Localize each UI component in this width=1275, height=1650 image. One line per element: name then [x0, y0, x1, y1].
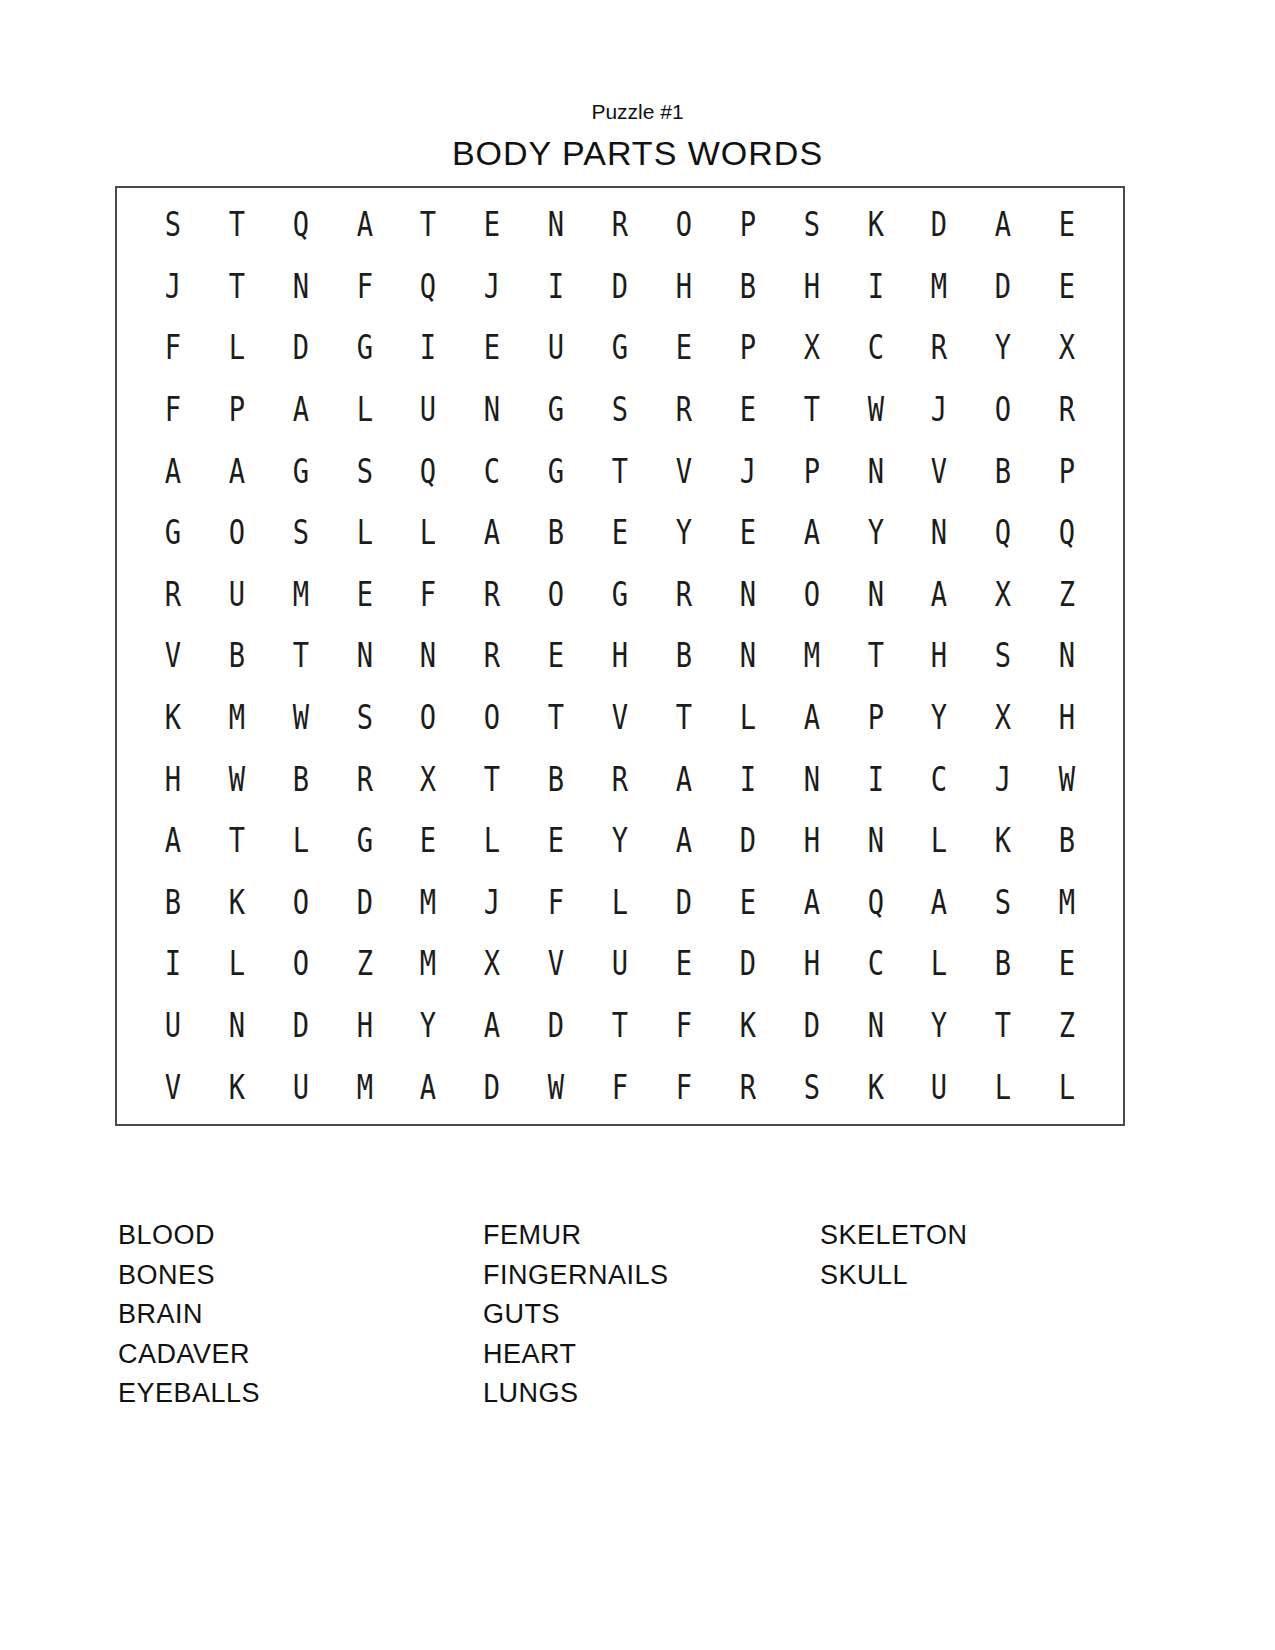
grid-cell-r3c12[interactable]: C	[849, 317, 901, 379]
word-list-item-eyeballs: EYEBALLS	[118, 1374, 483, 1414]
grid-cell-r4c14[interactable]: O	[977, 379, 1029, 441]
grid-cell-r4c8[interactable]: S	[594, 379, 646, 441]
grid-cell-r12c2[interactable]: K	[211, 872, 263, 934]
grid-cell-r3c15[interactable]: X	[1041, 317, 1093, 379]
word-list-item-skull: SKULL	[820, 1256, 1120, 1296]
grid-cell-r5c4[interactable]: S	[338, 440, 390, 502]
grid-cell-r10c7[interactable]: B	[530, 748, 582, 810]
grid-cell-r1c3[interactable]: Q	[274, 194, 326, 256]
grid-cell-r8c10[interactable]: N	[722, 625, 774, 687]
grid-cell-r2c10[interactable]: B	[722, 256, 774, 318]
grid-cell-r9c12[interactable]: P	[849, 687, 901, 749]
grid-cell-r8c4[interactable]: N	[338, 625, 390, 687]
grid-cell-r15c1[interactable]: V	[147, 1056, 199, 1118]
grid-cell-r10c14[interactable]: J	[977, 748, 1029, 810]
grid-cell-r8c14[interactable]: S	[977, 625, 1029, 687]
grid-cell-r12c8[interactable]: L	[594, 872, 646, 934]
grid-cell-r4c2[interactable]: P	[211, 379, 263, 441]
word-list-item-skeleton: SKELETON	[820, 1216, 1120, 1256]
grid-cell-r4c11[interactable]: T	[785, 379, 837, 441]
grid-cell-r14c13[interactable]: Y	[913, 995, 965, 1057]
grid-cell-r7c4[interactable]: E	[338, 564, 390, 626]
grid-cell-r2c1[interactable]: J	[147, 256, 199, 318]
grid-cell-r2c3[interactable]: N	[274, 256, 326, 318]
grid-cell-r6c4[interactable]: L	[338, 502, 390, 564]
grid-cell-r14c1[interactable]: U	[147, 995, 199, 1057]
grid-cell-r14c3[interactable]: D	[274, 995, 326, 1057]
grid-cell-r9c15[interactable]: H	[1041, 687, 1093, 749]
grid-cell-r15c8[interactable]: F	[594, 1056, 646, 1118]
grid-cell-r1c13[interactable]: D	[913, 194, 965, 256]
grid-cell-r12c7[interactable]: F	[530, 872, 582, 934]
grid-cell-r6c9[interactable]: Y	[658, 502, 710, 564]
grid-cell-r10c10[interactable]: I	[722, 748, 774, 810]
grid-cell-r7c2[interactable]: U	[211, 564, 263, 626]
grid-cell-r8c3[interactable]: T	[274, 625, 326, 687]
grid-cell-r14c11[interactable]: D	[785, 995, 837, 1057]
grid-cell-r10c13[interactable]: C	[913, 748, 965, 810]
grid-cell-r15c9[interactable]: F	[658, 1056, 710, 1118]
grid-cell-r13c3[interactable]: O	[274, 933, 326, 995]
grid-cell-r6c6[interactable]: A	[466, 502, 518, 564]
grid-cell-r5c8[interactable]: T	[594, 440, 646, 502]
grid-cell-r6c1[interactable]: G	[147, 502, 199, 564]
grid-cell-r9c13[interactable]: Y	[913, 687, 965, 749]
word-list-item-guts: GUTS	[483, 1295, 820, 1335]
grid-cell-r13c11[interactable]: H	[785, 933, 837, 995]
grid-cell-r14c5[interactable]: Y	[402, 995, 454, 1057]
grid-cell-r10c12[interactable]: I	[849, 748, 901, 810]
grid-cell-r13c10[interactable]: D	[722, 933, 774, 995]
grid-cell-r1c10[interactable]: P	[722, 194, 774, 256]
grid-cell-r1c9[interactable]: O	[658, 194, 710, 256]
grid-cell-r7c14[interactable]: X	[977, 564, 1029, 626]
grid-cell-r5c13[interactable]: V	[913, 440, 965, 502]
grid-cell-r9c5[interactable]: O	[402, 687, 454, 749]
grid-cell-r6c15[interactable]: Q	[1041, 502, 1093, 564]
grid-cell-r2c12[interactable]: I	[849, 256, 901, 318]
grid-cell-r13c15[interactable]: E	[1041, 933, 1093, 995]
word-list-column-1: BLOODBONESBRAINCADAVEREYEBALLS	[118, 1216, 483, 1414]
grid-cell-r10c2[interactable]: W	[211, 748, 263, 810]
grid-cell-r4c7[interactable]: G	[530, 379, 582, 441]
grid-cell-r14c9[interactable]: F	[658, 995, 710, 1057]
grid-cell-r15c4[interactable]: M	[338, 1056, 390, 1118]
grid-cell-r6c2[interactable]: O	[211, 502, 263, 564]
puzzle-title: BODY PARTS WORDS	[0, 134, 1275, 173]
grid-cell-r1c12[interactable]: K	[849, 194, 901, 256]
grid-cell-r3c8[interactable]: G	[594, 317, 646, 379]
grid-cell-r9c2[interactable]: M	[211, 687, 263, 749]
grid-cell-r15c2[interactable]: K	[211, 1056, 263, 1118]
grid-cell-r5c15[interactable]: P	[1041, 440, 1093, 502]
grid-cell-r13c8[interactable]: U	[594, 933, 646, 995]
grid-cell-r7c9[interactable]: R	[658, 564, 710, 626]
grid-cell-r11c1[interactable]: A	[147, 810, 199, 872]
grid-cell-r1c4[interactable]: A	[338, 194, 390, 256]
word-list-column-3: SKELETONSKULL	[820, 1216, 1120, 1295]
grid-cell-r5c6[interactable]: C	[466, 440, 518, 502]
word-grid: STQATENROPSKDAEJTNFQJIDHBHIMDEFLDGIEUGEP…	[141, 194, 1099, 1118]
grid-cell-r2c6[interactable]: J	[466, 256, 518, 318]
grid-cell-r12c15[interactable]: M	[1041, 872, 1093, 934]
grid-cell-r6c3[interactable]: S	[274, 502, 326, 564]
grid-cell-r15c6[interactable]: D	[466, 1056, 518, 1118]
grid-cell-r15c14[interactable]: L	[977, 1056, 1029, 1118]
grid-cell-r9c7[interactable]: T	[530, 687, 582, 749]
grid-cell-r1c2[interactable]: T	[211, 194, 263, 256]
grid-cell-r4c5[interactable]: U	[402, 379, 454, 441]
grid-cell-r4c10[interactable]: E	[722, 379, 774, 441]
grid-cell-r11c6[interactable]: L	[466, 810, 518, 872]
grid-cell-r5c2[interactable]: A	[211, 440, 263, 502]
grid-cell-r3c6[interactable]: E	[466, 317, 518, 379]
grid-cell-r12c12[interactable]: Q	[849, 872, 901, 934]
grid-cell-r12c9[interactable]: D	[658, 872, 710, 934]
grid-cell-r2c14[interactable]: D	[977, 256, 1029, 318]
grid-cell-r1c14[interactable]: A	[977, 194, 1029, 256]
grid-cell-r13c14[interactable]: B	[977, 933, 1029, 995]
grid-cell-r15c12[interactable]: K	[849, 1056, 901, 1118]
grid-cell-r11c2[interactable]: T	[211, 810, 263, 872]
grid-cell-r8c15[interactable]: N	[1041, 625, 1093, 687]
grid-cell-r10c9[interactable]: A	[658, 748, 710, 810]
grid-cell-r4c3[interactable]: A	[274, 379, 326, 441]
grid-cell-r1c7[interactable]: N	[530, 194, 582, 256]
grid-cell-r8c7[interactable]: E	[530, 625, 582, 687]
grid-cell-r3c2[interactable]: L	[211, 317, 263, 379]
grid-cell-r9c1[interactable]: K	[147, 687, 199, 749]
grid-cell-r1c6[interactable]: E	[466, 194, 518, 256]
grid-cell-r5c9[interactable]: V	[658, 440, 710, 502]
grid-cell-r12c13[interactable]: A	[913, 872, 965, 934]
grid-cell-r8c2[interactable]: B	[211, 625, 263, 687]
grid-cell-r8c6[interactable]: R	[466, 625, 518, 687]
grid-cell-r3c3[interactable]: D	[274, 317, 326, 379]
grid-cell-r6c11[interactable]: A	[785, 502, 837, 564]
grid-cell-r12c4[interactable]: D	[338, 872, 390, 934]
grid-cell-r13c9[interactable]: E	[658, 933, 710, 995]
grid-cell-r11c13[interactable]: L	[913, 810, 965, 872]
grid-cell-r7c10[interactable]: N	[722, 564, 774, 626]
word-list-item-fingernails: FINGERNAILS	[483, 1256, 820, 1296]
grid-cell-r5c7[interactable]: G	[530, 440, 582, 502]
grid-cell-r4c1[interactable]: F	[147, 379, 199, 441]
grid-cell-r4c6[interactable]: N	[466, 379, 518, 441]
grid-cell-r10c15[interactable]: W	[1041, 748, 1093, 810]
grid-cell-r15c5[interactable]: A	[402, 1056, 454, 1118]
grid-cell-r12c11[interactable]: A	[785, 872, 837, 934]
grid-cell-r9c14[interactable]: X	[977, 687, 1029, 749]
puzzle-number: Puzzle #1	[0, 100, 1275, 124]
grid-cell-r2c2[interactable]: T	[211, 256, 263, 318]
grid-cell-r13c2[interactable]: L	[211, 933, 263, 995]
grid-cell-r3c14[interactable]: Y	[977, 317, 1029, 379]
grid-cell-r7c13[interactable]: A	[913, 564, 965, 626]
grid-cell-r4c13[interactable]: J	[913, 379, 965, 441]
grid-cell-r11c12[interactable]: N	[849, 810, 901, 872]
grid-cell-r12c5[interactable]: M	[402, 872, 454, 934]
grid-cell-r13c1[interactable]: I	[147, 933, 199, 995]
grid-cell-r6c10[interactable]: E	[722, 502, 774, 564]
grid-cell-r5c3[interactable]: G	[274, 440, 326, 502]
grid-cell-r5c12[interactable]: N	[849, 440, 901, 502]
grid-cell-r8c5[interactable]: N	[402, 625, 454, 687]
grid-cell-r11c10[interactable]: D	[722, 810, 774, 872]
grid-cell-r6c5[interactable]: L	[402, 502, 454, 564]
grid-cell-r11c11[interactable]: H	[785, 810, 837, 872]
grid-cell-r15c10[interactable]: R	[722, 1056, 774, 1118]
word-list: BLOODBONESBRAINCADAVEREYEBALLSFEMURFINGE…	[118, 1216, 1158, 1414]
grid-cell-r14c2[interactable]: N	[211, 995, 263, 1057]
grid-cell-r11c7[interactable]: E	[530, 810, 582, 872]
grid-cell-r15c11[interactable]: S	[785, 1056, 837, 1118]
grid-cell-r2c13[interactable]: M	[913, 256, 965, 318]
grid-cell-r8c13[interactable]: H	[913, 625, 965, 687]
puzzle-page: Puzzle #1 BODY PARTS WORDS STQATENROPSKD…	[0, 0, 1275, 1650]
grid-cell-r9c3[interactable]: W	[274, 687, 326, 749]
grid-cell-r6c12[interactable]: Y	[849, 502, 901, 564]
grid-cell-r6c14[interactable]: Q	[977, 502, 1029, 564]
grid-cell-r2c8[interactable]: D	[594, 256, 646, 318]
grid-cell-r2c4[interactable]: F	[338, 256, 390, 318]
grid-cell-r14c12[interactable]: N	[849, 995, 901, 1057]
grid-cell-r7c12[interactable]: N	[849, 564, 901, 626]
grid-cell-r15c7[interactable]: W	[530, 1056, 582, 1118]
grid-cell-r13c4[interactable]: Z	[338, 933, 390, 995]
grid-cell-r12c10[interactable]: E	[722, 872, 774, 934]
grid-cell-r13c5[interactable]: M	[402, 933, 454, 995]
grid-cell-r3c1[interactable]: F	[147, 317, 199, 379]
grid-cell-r9c6[interactable]: O	[466, 687, 518, 749]
grid-cell-r8c11[interactable]: M	[785, 625, 837, 687]
grid-cell-r1c8[interactable]: R	[594, 194, 646, 256]
word-list-item-femur: FEMUR	[483, 1216, 820, 1256]
grid-cell-r10c1[interactable]: H	[147, 748, 199, 810]
grid-cell-r10c8[interactable]: R	[594, 748, 646, 810]
grid-cell-r11c8[interactable]: Y	[594, 810, 646, 872]
word-list-item-cadaver: CADAVER	[118, 1335, 483, 1375]
grid-cell-r7c15[interactable]: Z	[1041, 564, 1093, 626]
grid-cell-r11c14[interactable]: K	[977, 810, 1029, 872]
grid-cell-r3c4[interactable]: G	[338, 317, 390, 379]
grid-cell-r7c8[interactable]: G	[594, 564, 646, 626]
grid-cell-r5c5[interactable]: Q	[402, 440, 454, 502]
grid-cell-r3c11[interactable]: X	[785, 317, 837, 379]
grid-cell-r12c3[interactable]: O	[274, 872, 326, 934]
grid-cell-r14c15[interactable]: Z	[1041, 995, 1093, 1057]
grid-cell-r9c8[interactable]: V	[594, 687, 646, 749]
grid-cell-r11c4[interactable]: G	[338, 810, 390, 872]
grid-cell-r1c5[interactable]: T	[402, 194, 454, 256]
grid-cell-r14c14[interactable]: T	[977, 995, 1029, 1057]
grid-cell-r8c12[interactable]: T	[849, 625, 901, 687]
grid-cell-r2c15[interactable]: E	[1041, 256, 1093, 318]
grid-cell-r15c15[interactable]: L	[1041, 1056, 1093, 1118]
grid-cell-r7c11[interactable]: O	[785, 564, 837, 626]
grid-cell-r2c9[interactable]: H	[658, 256, 710, 318]
word-list-item-heart: HEART	[483, 1335, 820, 1375]
grid-cell-r4c9[interactable]: R	[658, 379, 710, 441]
grid-cell-r8c9[interactable]: B	[658, 625, 710, 687]
grid-cell-r13c7[interactable]: V	[530, 933, 582, 995]
grid-cell-r3c10[interactable]: P	[722, 317, 774, 379]
grid-cell-r6c13[interactable]: N	[913, 502, 965, 564]
grid-cell-r11c15[interactable]: B	[1041, 810, 1093, 872]
grid-cell-r7c7[interactable]: O	[530, 564, 582, 626]
word-grid-frame: STQATENROPSKDAEJTNFQJIDHBHIMDEFLDGIEUGEP…	[115, 186, 1125, 1126]
grid-cell-r4c12[interactable]: W	[849, 379, 901, 441]
grid-cell-r1c15[interactable]: E	[1041, 194, 1093, 256]
grid-cell-r7c3[interactable]: M	[274, 564, 326, 626]
grid-cell-r3c9[interactable]: E	[658, 317, 710, 379]
grid-cell-r13c12[interactable]: C	[849, 933, 901, 995]
grid-cell-r11c3[interactable]: L	[274, 810, 326, 872]
grid-cell-r1c1[interactable]: S	[147, 194, 199, 256]
grid-cell-r1c11[interactable]: S	[785, 194, 837, 256]
grid-cell-r12c6[interactable]: J	[466, 872, 518, 934]
grid-cell-r4c4[interactable]: L	[338, 379, 390, 441]
grid-cell-r5c14[interactable]: B	[977, 440, 1029, 502]
grid-cell-r11c5[interactable]: E	[402, 810, 454, 872]
grid-cell-r6c8[interactable]: E	[594, 502, 646, 564]
grid-cell-r15c13[interactable]: U	[913, 1056, 965, 1118]
grid-cell-r3c7[interactable]: U	[530, 317, 582, 379]
grid-cell-r3c5[interactable]: I	[402, 317, 454, 379]
grid-cell-r13c13[interactable]: L	[913, 933, 965, 995]
grid-cell-r6c7[interactable]: B	[530, 502, 582, 564]
grid-cell-r8c1[interactable]: V	[147, 625, 199, 687]
grid-cell-r10c11[interactable]: N	[785, 748, 837, 810]
grid-cell-r14c6[interactable]: A	[466, 995, 518, 1057]
grid-cell-r12c14[interactable]: S	[977, 872, 1029, 934]
grid-cell-r2c5[interactable]: Q	[402, 256, 454, 318]
grid-cell-r3c13[interactable]: R	[913, 317, 965, 379]
word-list-item-bones: BONES	[118, 1256, 483, 1296]
grid-cell-r5c1[interactable]: A	[147, 440, 199, 502]
grid-cell-r5c10[interactable]: J	[722, 440, 774, 502]
grid-cell-r10c3[interactable]: B	[274, 748, 326, 810]
grid-cell-r7c5[interactable]: F	[402, 564, 454, 626]
grid-cell-r7c1[interactable]: R	[147, 564, 199, 626]
word-list-item-brain: BRAIN	[118, 1295, 483, 1335]
grid-cell-r8c8[interactable]: H	[594, 625, 646, 687]
grid-cell-r14c7[interactable]: D	[530, 995, 582, 1057]
grid-cell-r11c9[interactable]: A	[658, 810, 710, 872]
word-list-item-blood: BLOOD	[118, 1216, 483, 1256]
word-list-item-lungs: LUNGS	[483, 1374, 820, 1414]
grid-cell-r7c6[interactable]: R	[466, 564, 518, 626]
grid-cell-r4c15[interactable]: R	[1041, 379, 1093, 441]
grid-cell-r10c6[interactable]: T	[466, 748, 518, 810]
grid-cell-r2c11[interactable]: H	[785, 256, 837, 318]
grid-cell-r15c3[interactable]: U	[274, 1056, 326, 1118]
grid-cell-r9c10[interactable]: L	[722, 687, 774, 749]
grid-cell-r13c6[interactable]: X	[466, 933, 518, 995]
grid-cell-r9c4[interactable]: S	[338, 687, 390, 749]
grid-cell-r9c11[interactable]: A	[785, 687, 837, 749]
grid-cell-r14c4[interactable]: H	[338, 995, 390, 1057]
word-list-column-2: FEMURFINGERNAILSGUTSHEARTLUNGS	[483, 1216, 820, 1414]
grid-cell-r14c10[interactable]: K	[722, 995, 774, 1057]
grid-cell-r14c8[interactable]: T	[594, 995, 646, 1057]
grid-cell-r10c4[interactable]: R	[338, 748, 390, 810]
grid-cell-r12c1[interactable]: B	[147, 872, 199, 934]
grid-cell-r2c7[interactable]: I	[530, 256, 582, 318]
grid-cell-r9c9[interactable]: T	[658, 687, 710, 749]
grid-cell-r10c5[interactable]: X	[402, 748, 454, 810]
grid-cell-r5c11[interactable]: P	[785, 440, 837, 502]
